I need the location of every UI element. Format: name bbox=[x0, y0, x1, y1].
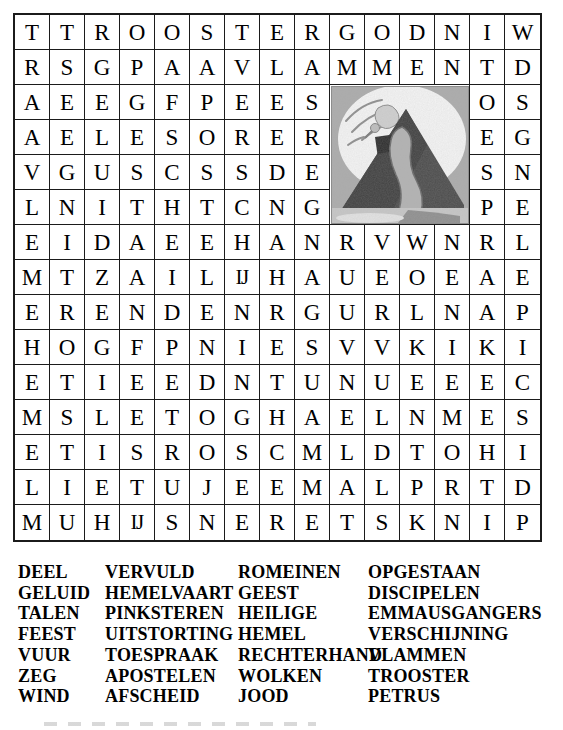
grid-cell[interactable]: O bbox=[365, 15, 400, 50]
grid-cell[interactable]: E bbox=[155, 365, 190, 400]
grid-cell[interactable]: T bbox=[400, 435, 435, 470]
grid-cell[interactable]: E bbox=[120, 400, 155, 435]
grid-cell[interactable]: E bbox=[50, 85, 85, 120]
grid-cell[interactable]: R bbox=[15, 50, 50, 85]
grid-cell[interactable]: N bbox=[435, 15, 470, 50]
grid-cell[interactable]: E bbox=[295, 505, 330, 540]
grid-cell[interactable]: T bbox=[50, 435, 85, 470]
grid-cell[interactable]: J bbox=[190, 470, 225, 505]
grid-cell[interactable]: N bbox=[330, 365, 365, 400]
word-list-item: HEMELVAART bbox=[105, 583, 233, 604]
word-list-item: OPGESTAAN bbox=[368, 562, 542, 583]
grid-cell[interactable]: O bbox=[435, 435, 470, 470]
grid-cell[interactable]: T bbox=[120, 190, 155, 225]
word-list-item: DEEL bbox=[18, 562, 90, 583]
grid-cell[interactable]: L bbox=[400, 295, 435, 330]
word-list-column-2: VERVULDHEMELVAARTPINKSTERENUITSTORTINGTO… bbox=[105, 562, 233, 707]
grid-cell[interactable]: A bbox=[155, 50, 190, 85]
grid-cell[interactable]: S bbox=[120, 155, 155, 190]
grid-cell[interactable]: E bbox=[470, 365, 505, 400]
grid-cell[interactable]: R bbox=[295, 120, 330, 155]
word-list-item: PINKSTEREN bbox=[105, 603, 233, 624]
word-list: DEELGELUIDTALENFEESTVUURZEGWINDVERVULDHE… bbox=[0, 562, 563, 712]
grid-cell[interactable]: IJ bbox=[120, 505, 155, 540]
grid-cell[interactable]: T bbox=[15, 15, 50, 50]
grid-cell[interactable]: P bbox=[505, 295, 540, 330]
grid-cell[interactable]: A bbox=[470, 295, 505, 330]
grid-cell[interactable]: U bbox=[295, 365, 330, 400]
grid-cell[interactable]: N bbox=[190, 330, 225, 365]
grid-cell[interactable]: W bbox=[400, 225, 435, 260]
grid-cell[interactable]: O bbox=[470, 85, 505, 120]
grid-cell[interactable]: P bbox=[400, 470, 435, 505]
grid-cell[interactable]: E bbox=[15, 365, 50, 400]
grid-cell[interactable]: D bbox=[190, 365, 225, 400]
grid-cell[interactable]: I bbox=[50, 225, 85, 260]
grid-cell[interactable]: S bbox=[505, 400, 540, 435]
grid-cell[interactable]: Z bbox=[85, 260, 120, 295]
grid-cell[interactable]: R bbox=[225, 120, 260, 155]
grid-cell[interactable]: R bbox=[260, 505, 295, 540]
grid-cell[interactable]: L bbox=[15, 190, 50, 225]
grid-cell[interactable]: T bbox=[155, 400, 190, 435]
word-list-item: APOSTELEN bbox=[105, 666, 233, 687]
grid-cell[interactable]: N bbox=[120, 295, 155, 330]
grid-cell[interactable]: E bbox=[365, 260, 400, 295]
grid-cell[interactable]: O bbox=[190, 120, 225, 155]
word-list-item: WOLKEN bbox=[238, 666, 382, 687]
grid-cell[interactable]: L bbox=[365, 400, 400, 435]
grid-cell[interactable]: N bbox=[400, 400, 435, 435]
grid-cell[interactable]: G bbox=[295, 295, 330, 330]
grid-cell[interactable]: E bbox=[470, 120, 505, 155]
grid-cell[interactable]: E bbox=[330, 400, 365, 435]
grid-cell[interactable]: U bbox=[365, 365, 400, 400]
grid-cell[interactable]: V bbox=[365, 330, 400, 365]
grid-cell[interactable]: M bbox=[435, 400, 470, 435]
grid-cell[interactable]: N bbox=[435, 225, 470, 260]
grid-cell[interactable]: D bbox=[155, 295, 190, 330]
grid-cell[interactable]: N bbox=[50, 190, 85, 225]
grid-cell[interactable]: E bbox=[155, 225, 190, 260]
grid-cell[interactable]: O bbox=[400, 260, 435, 295]
grid-cell[interactable]: C bbox=[155, 155, 190, 190]
grid-cell[interactable]: L bbox=[505, 225, 540, 260]
grid-cell[interactable]: E bbox=[85, 295, 120, 330]
grid-cell[interactable]: A bbox=[15, 120, 50, 155]
grid-cell[interactable]: L bbox=[330, 435, 365, 470]
grid-cell[interactable]: N bbox=[295, 225, 330, 260]
grid-cell[interactable]: N bbox=[225, 295, 260, 330]
grid-cell[interactable]: C bbox=[505, 365, 540, 400]
grid-cell[interactable]: T bbox=[190, 190, 225, 225]
grid-cell[interactable]: O bbox=[155, 15, 190, 50]
grid-cell[interactable]: U bbox=[330, 295, 365, 330]
grid-cell[interactable]: E bbox=[260, 85, 295, 120]
grid-cell[interactable]: M bbox=[295, 435, 330, 470]
grid-cell[interactable]: G bbox=[85, 50, 120, 85]
grid-cell[interactable]: T bbox=[225, 15, 260, 50]
grid-cell[interactable]: G bbox=[295, 190, 330, 225]
grid-cell[interactable]: E bbox=[505, 190, 540, 225]
grid-cell[interactable]: E bbox=[470, 400, 505, 435]
grid-cell[interactable]: A bbox=[190, 50, 225, 85]
grid-cell[interactable]: D bbox=[505, 470, 540, 505]
grid-cell[interactable]: E bbox=[225, 85, 260, 120]
grid-cell[interactable]: N bbox=[435, 295, 470, 330]
grid-cell[interactable]: T bbox=[260, 365, 295, 400]
grid-cell[interactable]: M bbox=[365, 50, 400, 85]
grid-cell[interactable]: N bbox=[435, 50, 470, 85]
grid-cell[interactable]: L bbox=[365, 470, 400, 505]
grid-cell[interactable]: I bbox=[470, 505, 505, 540]
word-list-item: ROMEINEN bbox=[238, 562, 382, 583]
grid-cell[interactable]: H bbox=[85, 505, 120, 540]
word-list-item: DISCIPELEN bbox=[368, 583, 542, 604]
grid-cell[interactable]: O bbox=[190, 400, 225, 435]
grid-cell[interactable]: E bbox=[190, 225, 225, 260]
grid-cell[interactable]: K bbox=[400, 330, 435, 365]
scan-noise-overlay bbox=[332, 87, 468, 223]
grid-cell[interactable]: H bbox=[155, 190, 190, 225]
grid-cell[interactable]: E bbox=[225, 470, 260, 505]
grid-cell[interactable]: E bbox=[435, 365, 470, 400]
word-list-item: VLAMMEN bbox=[368, 645, 542, 666]
grid-cell[interactable]: S bbox=[120, 435, 155, 470]
grid-cell[interactable]: K bbox=[470, 330, 505, 365]
grid-cell[interactable]: L bbox=[15, 470, 50, 505]
grid-cell[interactable]: U bbox=[155, 470, 190, 505]
grid-cell[interactable]: S bbox=[155, 120, 190, 155]
grid-cell[interactable]: M bbox=[15, 260, 50, 295]
grid-cell[interactable]: E bbox=[260, 330, 295, 365]
grid-cell[interactable]: R bbox=[295, 15, 330, 50]
grid-cell[interactable]: P bbox=[155, 330, 190, 365]
grid-cell[interactable]: S bbox=[365, 505, 400, 540]
word-list-item: TOESPRAAK bbox=[105, 645, 233, 666]
word-list-item: RECHTERHAND bbox=[238, 645, 382, 666]
grid-cell[interactable]: S bbox=[190, 15, 225, 50]
grid-cell[interactable]: E bbox=[190, 295, 225, 330]
grid-cell[interactable]: I bbox=[435, 330, 470, 365]
word-list-item: HEMEL bbox=[238, 624, 382, 645]
grid-cell[interactable]: S bbox=[190, 155, 225, 190]
grid-cell[interactable]: E bbox=[15, 225, 50, 260]
grid-cell[interactable]: A bbox=[295, 400, 330, 435]
grid-cell[interactable]: N bbox=[505, 155, 540, 190]
grid-cell[interactable]: V bbox=[15, 155, 50, 190]
grid-cell[interactable]: R bbox=[155, 435, 190, 470]
word-list-item: TROOSTER bbox=[368, 666, 542, 687]
grid-cell[interactable]: T bbox=[470, 50, 505, 85]
grid-cell[interactable]: A bbox=[295, 50, 330, 85]
grid-cell[interactable]: T bbox=[50, 365, 85, 400]
grid-cell[interactable]: P bbox=[505, 505, 540, 540]
grid-cell[interactable]: A bbox=[470, 260, 505, 295]
grid-cell[interactable]: T bbox=[120, 470, 155, 505]
grid-cell[interactable]: E bbox=[85, 470, 120, 505]
grid-cell[interactable]: S bbox=[50, 400, 85, 435]
grid-cell[interactable]: A bbox=[120, 225, 155, 260]
grid-cell[interactable]: S bbox=[295, 330, 330, 365]
grid-cell[interactable]: A bbox=[15, 85, 50, 120]
grid-cell[interactable]: R bbox=[50, 295, 85, 330]
grid-cell[interactable]: R bbox=[365, 295, 400, 330]
cutoff-text-sliver bbox=[44, 722, 316, 726]
grid-cell[interactable]: L bbox=[85, 400, 120, 435]
grid-cell[interactable]: E bbox=[15, 435, 50, 470]
word-list-item: VERVULD bbox=[105, 562, 233, 583]
grid-cell[interactable]: I bbox=[85, 435, 120, 470]
grid-cell[interactable]: L bbox=[260, 50, 295, 85]
grid-cell[interactable]: G bbox=[85, 330, 120, 365]
word-list-item: VUUR bbox=[18, 645, 90, 666]
grid-cell[interactable]: A bbox=[260, 225, 295, 260]
grid-cell[interactable]: U bbox=[330, 260, 365, 295]
grid-cell[interactable]: I bbox=[225, 330, 260, 365]
grid-cell[interactable]: R bbox=[330, 225, 365, 260]
word-list-item: VERSCHIJNING bbox=[368, 624, 542, 645]
grid-cell[interactable]: S bbox=[470, 155, 505, 190]
grid-cell[interactable]: S bbox=[505, 85, 540, 120]
grid-cell[interactable]: E bbox=[260, 15, 295, 50]
grid-cell[interactable]: D bbox=[505, 50, 540, 85]
grid-cell[interactable]: R bbox=[435, 470, 470, 505]
grid-cell[interactable]: N bbox=[190, 505, 225, 540]
grid-cell[interactable]: I bbox=[85, 365, 120, 400]
grid-cell[interactable]: P bbox=[470, 190, 505, 225]
grid-cell[interactable]: D bbox=[260, 155, 295, 190]
grid-cell[interactable]: G bbox=[225, 400, 260, 435]
pentecost-illustration bbox=[330, 85, 470, 225]
grid-cell[interactable]: I bbox=[505, 435, 540, 470]
grid-cell[interactable]: H bbox=[15, 330, 50, 365]
grid-cell[interactable]: M bbox=[330, 50, 365, 85]
word-list-item: FEEST bbox=[18, 624, 90, 645]
grid-cell[interactable]: A bbox=[330, 470, 365, 505]
grid-cell[interactable]: E bbox=[120, 365, 155, 400]
grid-cell[interactable]: S bbox=[225, 435, 260, 470]
grid-cell[interactable]: S bbox=[50, 50, 85, 85]
grid-cell[interactable]: A bbox=[120, 260, 155, 295]
grid-cell[interactable]: G bbox=[120, 85, 155, 120]
grid-cell[interactable]: H bbox=[470, 435, 505, 470]
grid-cell[interactable]: E bbox=[400, 50, 435, 85]
grid-cell[interactable]: T bbox=[470, 470, 505, 505]
grid-cell[interactable]: E bbox=[120, 120, 155, 155]
grid-cell[interactable]: E bbox=[85, 85, 120, 120]
grid-cell[interactable]: I bbox=[470, 15, 505, 50]
grid-cell[interactable]: N bbox=[260, 190, 295, 225]
grid-cell[interactable]: V bbox=[365, 225, 400, 260]
grid-cell[interactable]: W bbox=[505, 15, 540, 50]
grid-cell[interactable]: I bbox=[505, 330, 540, 365]
grid-cell[interactable]: G bbox=[330, 15, 365, 50]
dove-mountain-image bbox=[332, 87, 468, 223]
word-list-column-3: ROMEINENGEESTHEILIGEHEMELRECHTERHANDWOLK… bbox=[238, 562, 382, 707]
grid-cell[interactable]: V bbox=[330, 330, 365, 365]
grid-cell[interactable]: E bbox=[15, 295, 50, 330]
wordsearch-grid: TTROOSTERGODNIWRSGPAAVLAMMENTDAEEGFPEESO… bbox=[13, 13, 542, 542]
grid-cell[interactable]: M bbox=[15, 505, 50, 540]
grid-cell[interactable]: K bbox=[400, 505, 435, 540]
grid-cell[interactable]: S bbox=[225, 155, 260, 190]
grid-cell[interactable]: I bbox=[50, 470, 85, 505]
grid-cell[interactable]: D bbox=[85, 225, 120, 260]
word-list-column-1: DEELGELUIDTALENFEESTVUURZEGWIND bbox=[18, 562, 90, 707]
word-list-item: GELUID bbox=[18, 583, 90, 604]
word-list-item: UITSTORTING bbox=[105, 624, 233, 645]
grid-cell[interactable]: R bbox=[470, 225, 505, 260]
grid-cell[interactable]: G bbox=[505, 120, 540, 155]
word-list-item: AFSCHEID bbox=[105, 686, 233, 707]
grid-cell[interactable]: L bbox=[190, 260, 225, 295]
grid-cell[interactable]: N bbox=[225, 365, 260, 400]
grid-cell[interactable]: T bbox=[50, 15, 85, 50]
grid-cell[interactable]: O bbox=[120, 15, 155, 50]
grid-cell[interactable]: IJ bbox=[225, 260, 260, 295]
grid-cell[interactable]: U bbox=[50, 505, 85, 540]
word-list-item: GEEST bbox=[238, 583, 382, 604]
word-list-column-4: OPGESTAANDISCIPELENEMMAUSGANGERSVERSCHIJ… bbox=[368, 562, 542, 707]
word-list-item: JOOD bbox=[238, 686, 382, 707]
grid-cell[interactable]: E bbox=[50, 120, 85, 155]
word-list-item: PETRUS bbox=[368, 686, 542, 707]
grid-cell[interactable]: U bbox=[85, 155, 120, 190]
grid-cell[interactable]: A bbox=[295, 260, 330, 295]
grid-cell[interactable]: F bbox=[120, 330, 155, 365]
grid-cell[interactable]: M bbox=[15, 400, 50, 435]
grid-cell[interactable]: N bbox=[435, 505, 470, 540]
grid-cell[interactable]: P bbox=[120, 50, 155, 85]
word-list-item: HEILIGE bbox=[238, 603, 382, 624]
grid-cell[interactable]: M bbox=[295, 470, 330, 505]
word-list-item: WIND bbox=[18, 686, 90, 707]
grid-cell[interactable]: S bbox=[295, 85, 330, 120]
grid-cell[interactable]: E bbox=[400, 365, 435, 400]
grid-cell[interactable]: O bbox=[50, 330, 85, 365]
grid-cell[interactable]: P bbox=[190, 85, 225, 120]
grid-cell[interactable]: E bbox=[505, 260, 540, 295]
grid-cell[interactable]: I bbox=[85, 190, 120, 225]
grid-cell[interactable]: H bbox=[260, 400, 295, 435]
grid-cell[interactable]: S bbox=[155, 505, 190, 540]
grid-cell[interactable]: I bbox=[155, 260, 190, 295]
grid-cell[interactable]: G bbox=[50, 155, 85, 190]
grid-cell[interactable]: E bbox=[295, 155, 330, 190]
grid-cell[interactable]: L bbox=[85, 120, 120, 155]
grid-cell[interactable]: V bbox=[225, 50, 260, 85]
grid-cell[interactable]: E bbox=[260, 470, 295, 505]
grid-cell[interactable]: D bbox=[365, 435, 400, 470]
grid-cell[interactable]: R bbox=[85, 15, 120, 50]
grid-cell[interactable]: H bbox=[225, 225, 260, 260]
grid-cell[interactable]: E bbox=[260, 120, 295, 155]
grid-cell[interactable]: T bbox=[50, 260, 85, 295]
grid-cell[interactable]: E bbox=[435, 260, 470, 295]
word-list-item: EMMAUSGANGERS bbox=[368, 603, 542, 624]
grid-cell[interactable]: F bbox=[155, 85, 190, 120]
grid-cell[interactable]: E bbox=[225, 505, 260, 540]
word-list-item: TALEN bbox=[18, 603, 90, 624]
grid-cell[interactable]: T bbox=[330, 505, 365, 540]
grid-cell[interactable]: C bbox=[225, 190, 260, 225]
grid-cell[interactable]: R bbox=[260, 295, 295, 330]
grid-cell[interactable]: C bbox=[260, 435, 295, 470]
word-list-item: ZEG bbox=[18, 666, 90, 687]
grid-cell[interactable]: D bbox=[400, 15, 435, 50]
worksheet-page: TTROOSTERGODNIWRSGPAAVLAMMENTDAEEGFPEESO… bbox=[0, 0, 563, 730]
grid-cell[interactable]: O bbox=[190, 435, 225, 470]
grid-cell[interactable]: H bbox=[260, 260, 295, 295]
